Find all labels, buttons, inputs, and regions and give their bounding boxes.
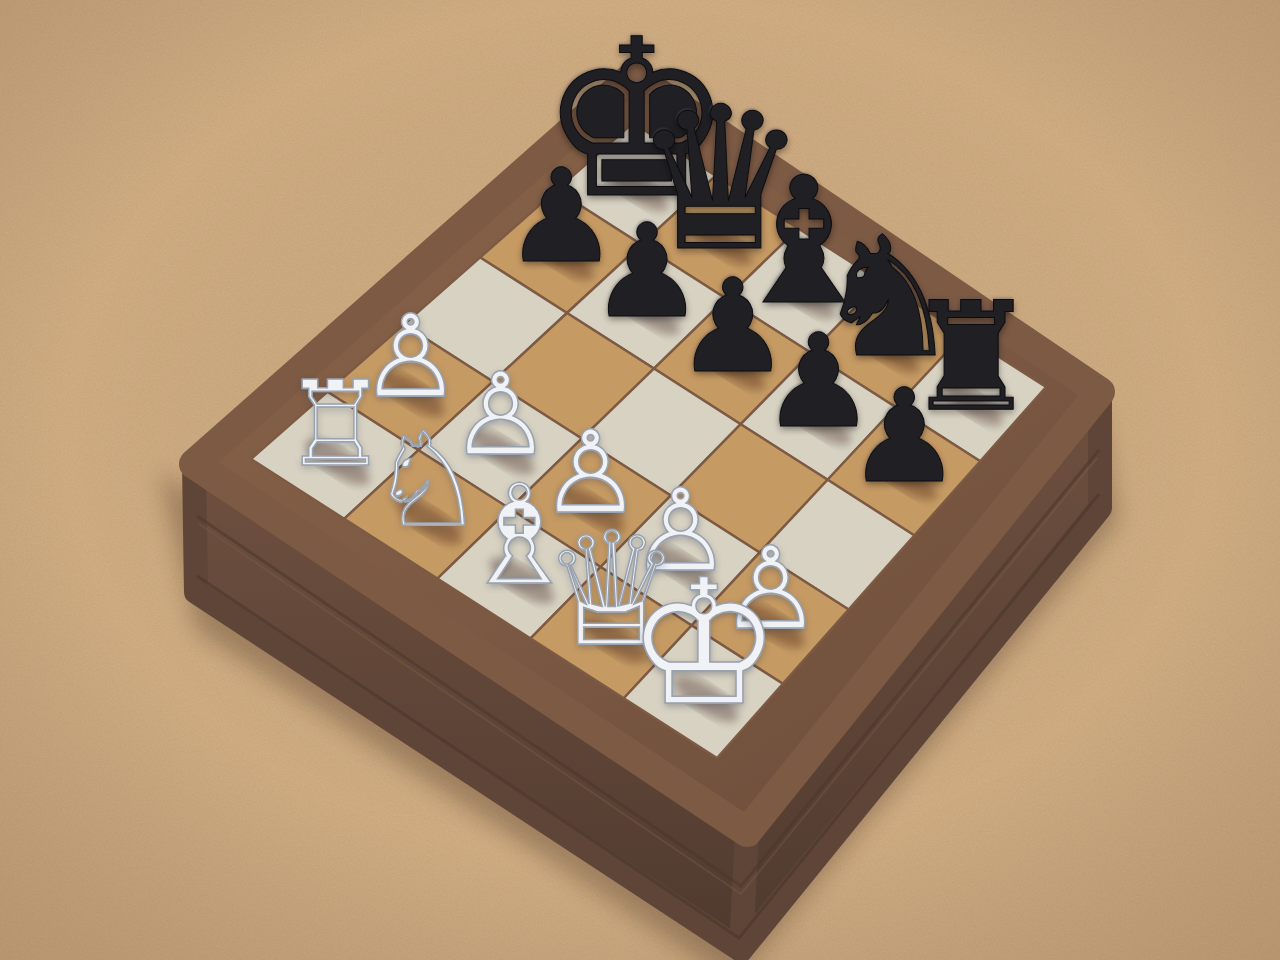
board — [0, 0, 1280, 960]
minichess-box-photo: ♚♛♟♝♟♞♟♙♜♟♙♖♟♙♘♙♗♙♕♔ — [0, 0, 1280, 960]
